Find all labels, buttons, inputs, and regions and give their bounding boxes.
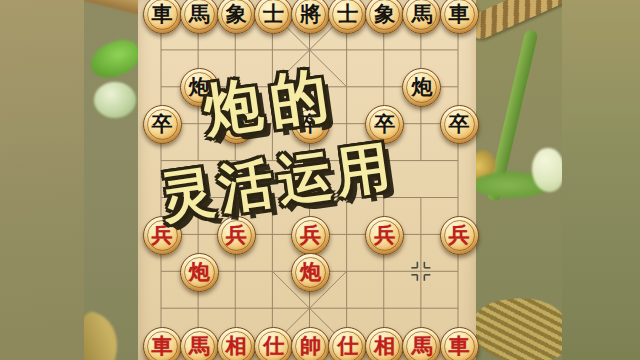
piece-red-soldier[interactable]: 兵 [291, 216, 330, 255]
piece-glyph: 象 [226, 4, 247, 25]
piece-glyph: 士 [337, 4, 358, 25]
background-photo-left [84, 0, 138, 360]
piece-glyph: 車 [449, 336, 470, 357]
piece-glyph: 車 [152, 336, 173, 357]
piece-glyph: 馬 [411, 336, 432, 357]
piece-red-horse[interactable]: 馬 [180, 327, 219, 360]
piece-glyph: 馬 [189, 336, 210, 357]
piece-glyph: 兵 [374, 225, 395, 246]
piece-glyph: 象 [374, 4, 395, 25]
piece-red-cannon[interactable]: 炮 [291, 253, 330, 292]
piece-black-soldier[interactable]: 卒 [143, 105, 182, 144]
piece-black-chariot[interactable]: 車 [440, 0, 479, 34]
pale-fruit-image [94, 82, 136, 118]
dry-plant-image [476, 292, 562, 360]
piece-red-general[interactable]: 帥 [291, 327, 330, 360]
dry-plant-image [84, 309, 129, 360]
piece-glyph: 兵 [226, 225, 247, 246]
piece-red-advisor[interactable]: 仕 [254, 327, 293, 360]
video-frame: 車馬象士將士象馬車炮炮卒卒卒卒卒兵兵兵兵兵炮炮車馬相仕帥仕相馬車 炮的 灵活运用 [0, 0, 640, 360]
piece-glyph: 炮 [300, 262, 321, 283]
piece-glyph: 仕 [263, 336, 284, 357]
piece-black-chariot[interactable]: 車 [143, 0, 182, 34]
piece-glyph: 馬 [411, 4, 432, 25]
piece-red-cannon[interactable]: 炮 [180, 253, 219, 292]
branch-image [84, 0, 138, 17]
background-blur-left [0, 0, 84, 360]
piece-glyph: 仕 [337, 336, 358, 357]
piece-red-elephant[interactable]: 相 [217, 327, 256, 360]
piece-red-soldier[interactable]: 兵 [440, 216, 479, 255]
piece-glyph: 兵 [300, 225, 321, 246]
piece-glyph: 炮 [411, 77, 432, 98]
piece-glyph: 將 [300, 4, 321, 25]
piece-glyph: 卒 [449, 114, 470, 135]
piece-red-chariot[interactable]: 車 [440, 327, 479, 360]
piece-glyph: 士 [263, 4, 284, 25]
green-leaf-image [86, 36, 138, 82]
piece-glyph: 相 [226, 336, 247, 357]
piece-glyph: 炮 [189, 262, 210, 283]
piece-glyph: 卒 [152, 114, 173, 135]
piece-glyph: 車 [449, 4, 470, 25]
piece-glyph: 兵 [449, 225, 470, 246]
piece-black-soldier[interactable]: 卒 [440, 105, 479, 144]
white-bud-image [532, 148, 562, 192]
piece-black-advisor[interactable]: 士 [254, 0, 293, 34]
piece-glyph: 車 [152, 4, 173, 25]
background-photo-right [476, 0, 562, 360]
braided-branch-image [476, 0, 562, 43]
piece-black-horse[interactable]: 馬 [180, 0, 219, 34]
piece-glyph: 馬 [189, 4, 210, 25]
piece-glyph: 帥 [300, 336, 321, 357]
piece-red-soldier[interactable]: 兵 [365, 216, 404, 255]
piece-black-elephant[interactable]: 象 [217, 0, 256, 34]
background-blur-right [562, 0, 640, 360]
piece-glyph: 相 [374, 336, 395, 357]
piece-red-chariot[interactable]: 車 [143, 327, 182, 360]
